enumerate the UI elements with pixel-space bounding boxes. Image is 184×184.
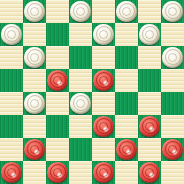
white-piece[interactable] — [139, 24, 160, 45]
dark-square-16[interactable] — [138, 69, 161, 92]
dark-square-23[interactable] — [92, 115, 115, 138]
light-square-r0c2 — [46, 0, 69, 23]
light-square-r6c6 — [138, 138, 161, 161]
light-square-r5c3 — [69, 115, 92, 138]
dark-square-25[interactable] — [23, 138, 46, 161]
light-square-r6c2 — [46, 138, 69, 161]
light-square-r5c5 — [115, 115, 138, 138]
red-piece[interactable] — [139, 162, 160, 183]
light-square-r2c0 — [0, 46, 23, 69]
red-piece[interactable] — [93, 162, 114, 183]
dark-square-5[interactable] — [0, 23, 23, 46]
dark-square-18[interactable] — [69, 92, 92, 115]
light-square-r3c3 — [69, 69, 92, 92]
light-square-r3c1 — [23, 69, 46, 92]
red-piece[interactable] — [162, 139, 183, 160]
white-piece[interactable] — [24, 47, 45, 68]
dark-square-10[interactable] — [69, 46, 92, 69]
light-square-r1c7 — [161, 23, 184, 46]
light-square-r7c7 — [161, 161, 184, 184]
dark-square-6[interactable] — [46, 23, 69, 46]
white-piece[interactable] — [1, 24, 22, 45]
dark-square-1[interactable] — [23, 0, 46, 23]
light-square-r4c6 — [138, 92, 161, 115]
light-square-r6c4 — [92, 138, 115, 161]
light-square-r7c3 — [69, 161, 92, 184]
dark-square-29[interactable] — [0, 161, 23, 184]
dark-square-27[interactable] — [115, 138, 138, 161]
red-piece[interactable] — [139, 116, 160, 137]
dark-square-26[interactable] — [69, 138, 92, 161]
white-piece[interactable] — [116, 1, 137, 22]
dark-square-30[interactable] — [46, 161, 69, 184]
dark-square-17[interactable] — [23, 92, 46, 115]
light-square-r0c4 — [92, 0, 115, 23]
light-square-r0c0 — [0, 0, 23, 23]
light-square-r1c1 — [23, 23, 46, 46]
dark-square-28[interactable] — [161, 138, 184, 161]
light-square-r6c0 — [0, 138, 23, 161]
light-square-r4c2 — [46, 92, 69, 115]
dark-square-7[interactable] — [92, 23, 115, 46]
red-piece[interactable] — [1, 162, 22, 183]
light-square-r4c4 — [92, 92, 115, 115]
light-square-r7c5 — [115, 161, 138, 184]
checkers-board — [0, 0, 184, 184]
dark-square-21[interactable] — [0, 115, 23, 138]
dark-square-22[interactable] — [46, 115, 69, 138]
red-piece[interactable] — [93, 70, 114, 91]
light-square-r0c6 — [138, 0, 161, 23]
dark-square-24[interactable] — [138, 115, 161, 138]
light-square-r4c0 — [0, 92, 23, 115]
white-piece[interactable] — [24, 1, 45, 22]
dark-square-8[interactable] — [138, 23, 161, 46]
dark-square-3[interactable] — [115, 0, 138, 23]
red-piece[interactable] — [47, 70, 68, 91]
dark-square-12[interactable] — [161, 46, 184, 69]
white-piece[interactable] — [70, 1, 91, 22]
light-square-r2c2 — [46, 46, 69, 69]
light-square-r5c7 — [161, 115, 184, 138]
light-square-r1c5 — [115, 23, 138, 46]
white-piece[interactable] — [24, 93, 45, 114]
red-piece[interactable] — [24, 139, 45, 160]
red-piece[interactable] — [93, 116, 114, 137]
light-square-r7c1 — [23, 161, 46, 184]
dark-square-32[interactable] — [138, 161, 161, 184]
light-square-r2c4 — [92, 46, 115, 69]
light-square-r5c1 — [23, 115, 46, 138]
dark-square-20[interactable] — [161, 92, 184, 115]
dark-square-9[interactable] — [23, 46, 46, 69]
dark-square-15[interactable] — [92, 69, 115, 92]
dark-square-13[interactable] — [0, 69, 23, 92]
dark-square-11[interactable] — [115, 46, 138, 69]
light-square-r2c6 — [138, 46, 161, 69]
dark-square-19[interactable] — [115, 92, 138, 115]
red-piece[interactable] — [116, 139, 137, 160]
white-piece[interactable] — [93, 24, 114, 45]
light-square-r3c5 — [115, 69, 138, 92]
white-piece[interactable] — [70, 93, 91, 114]
red-piece[interactable] — [47, 162, 68, 183]
light-square-r3c7 — [161, 69, 184, 92]
dark-square-14[interactable] — [46, 69, 69, 92]
white-piece[interactable] — [162, 47, 183, 68]
white-piece[interactable] — [162, 1, 183, 22]
dark-square-31[interactable] — [92, 161, 115, 184]
light-square-r1c3 — [69, 23, 92, 46]
dark-square-4[interactable] — [161, 0, 184, 23]
dark-square-2[interactable] — [69, 0, 92, 23]
